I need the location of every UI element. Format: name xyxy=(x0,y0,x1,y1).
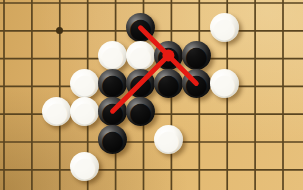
key-move-dot xyxy=(162,50,174,62)
threat-line xyxy=(113,56,169,112)
gomoku-board[interactable]: ●●●●●●●●●●●●●●●●●●● xyxy=(0,0,303,190)
win-annotation xyxy=(0,0,303,190)
